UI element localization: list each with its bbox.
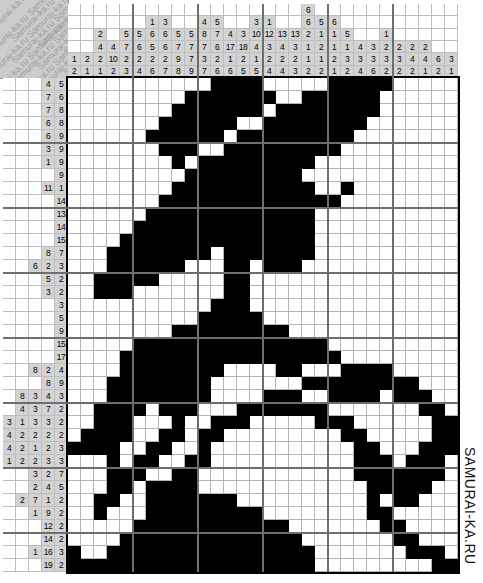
board-cell[interactable] <box>198 533 211 546</box>
board-cell[interactable] <box>445 494 458 507</box>
board-cell[interactable] <box>250 208 263 221</box>
board-cell[interactable] <box>81 442 94 455</box>
board-cell[interactable] <box>289 546 302 559</box>
board-cell[interactable] <box>107 338 120 351</box>
board-cell[interactable] <box>68 78 81 91</box>
board-cell[interactable] <box>94 260 107 273</box>
board-cell[interactable] <box>367 130 380 143</box>
board-cell[interactable] <box>146 156 159 169</box>
board-cell[interactable] <box>393 559 406 572</box>
board-cell[interactable] <box>341 286 354 299</box>
board-cell[interactable] <box>315 260 328 273</box>
board-cell[interactable] <box>172 338 185 351</box>
board-cell[interactable] <box>380 221 393 234</box>
board-cell[interactable] <box>367 312 380 325</box>
board-cell[interactable] <box>393 91 406 104</box>
board-cell[interactable] <box>315 494 328 507</box>
board-cell[interactable] <box>354 390 367 403</box>
board-cell[interactable] <box>315 351 328 364</box>
board-cell[interactable] <box>406 403 419 416</box>
board-cell[interactable] <box>185 351 198 364</box>
board-cell[interactable] <box>224 182 237 195</box>
board-cell[interactable] <box>263 416 276 429</box>
board-cell[interactable] <box>302 559 315 572</box>
board-cell[interactable] <box>133 520 146 533</box>
board-cell[interactable] <box>289 338 302 351</box>
board-cell[interactable] <box>341 91 354 104</box>
board-cell[interactable] <box>185 143 198 156</box>
board-cell[interactable] <box>354 221 367 234</box>
board-cell[interactable] <box>159 494 172 507</box>
board-cell[interactable] <box>146 338 159 351</box>
board-cell[interactable] <box>198 559 211 572</box>
board-cell[interactable] <box>211 195 224 208</box>
board-cell[interactable] <box>159 312 172 325</box>
board-cell[interactable] <box>68 312 81 325</box>
board-cell[interactable] <box>315 234 328 247</box>
board-cell[interactable] <box>198 351 211 364</box>
board-cell[interactable] <box>159 273 172 286</box>
board-cell[interactable] <box>211 403 224 416</box>
board-cell[interactable] <box>367 351 380 364</box>
board-cell[interactable] <box>302 260 315 273</box>
board-cell[interactable] <box>432 208 445 221</box>
board-cell[interactable] <box>224 286 237 299</box>
board-cell[interactable] <box>445 520 458 533</box>
board-cell[interactable] <box>185 429 198 442</box>
board-cell[interactable] <box>419 91 432 104</box>
board-cell[interactable] <box>81 299 94 312</box>
board-cell[interactable] <box>107 234 120 247</box>
board-cell[interactable] <box>302 91 315 104</box>
board-cell[interactable] <box>94 403 107 416</box>
board-cell[interactable] <box>354 104 367 117</box>
board-cell[interactable] <box>393 156 406 169</box>
board-cell[interactable] <box>133 546 146 559</box>
board-cell[interactable] <box>172 91 185 104</box>
board-cell[interactable] <box>107 429 120 442</box>
board-cell[interactable] <box>393 299 406 312</box>
board-cell[interactable] <box>419 247 432 260</box>
board-cell[interactable] <box>406 156 419 169</box>
board-cell[interactable] <box>354 273 367 286</box>
board-cell[interactable] <box>328 403 341 416</box>
board-cell[interactable] <box>68 364 81 377</box>
board-cell[interactable] <box>81 273 94 286</box>
board-cell[interactable] <box>380 78 393 91</box>
board-cell[interactable] <box>159 442 172 455</box>
board-cell[interactable] <box>81 91 94 104</box>
board-cell[interactable] <box>354 455 367 468</box>
board-cell[interactable] <box>302 364 315 377</box>
board-cell[interactable] <box>94 468 107 481</box>
board-cell[interactable] <box>81 390 94 403</box>
board-cell[interactable] <box>120 325 133 338</box>
board-cell[interactable] <box>380 429 393 442</box>
board-cell[interactable] <box>419 403 432 416</box>
board-cell[interactable] <box>133 338 146 351</box>
board-cell[interactable] <box>94 416 107 429</box>
board-cell[interactable] <box>211 91 224 104</box>
board-cell[interactable] <box>237 325 250 338</box>
board-cell[interactable] <box>276 234 289 247</box>
board-cell[interactable] <box>94 104 107 117</box>
board-cell[interactable] <box>380 481 393 494</box>
board-cell[interactable] <box>224 364 237 377</box>
board-cell[interactable] <box>380 260 393 273</box>
board-cell[interactable] <box>406 390 419 403</box>
board-cell[interactable] <box>289 312 302 325</box>
board-cell[interactable] <box>250 221 263 234</box>
board-cell[interactable] <box>263 143 276 156</box>
board-cell[interactable] <box>367 143 380 156</box>
board-cell[interactable] <box>302 78 315 91</box>
board-cell[interactable] <box>445 377 458 390</box>
board-cell[interactable] <box>432 507 445 520</box>
board-cell[interactable] <box>185 442 198 455</box>
board-cell[interactable] <box>107 273 120 286</box>
board-cell[interactable] <box>107 182 120 195</box>
board-cell[interactable] <box>445 182 458 195</box>
board-cell[interactable] <box>94 247 107 260</box>
board-cell[interactable] <box>224 403 237 416</box>
board-cell[interactable] <box>159 533 172 546</box>
board-cell[interactable] <box>133 325 146 338</box>
board-cell[interactable] <box>328 117 341 130</box>
board-cell[interactable] <box>289 260 302 273</box>
board-cell[interactable] <box>211 273 224 286</box>
board-cell[interactable] <box>380 520 393 533</box>
board-cell[interactable] <box>81 78 94 91</box>
board-cell[interactable] <box>328 312 341 325</box>
board-cell[interactable] <box>211 130 224 143</box>
board-cell[interactable] <box>107 442 120 455</box>
board-cell[interactable] <box>315 195 328 208</box>
board-cell[interactable] <box>237 117 250 130</box>
board-cell[interactable] <box>237 364 250 377</box>
board-cell[interactable] <box>107 507 120 520</box>
board-cell[interactable] <box>341 429 354 442</box>
board-cell[interactable] <box>263 312 276 325</box>
board-cell[interactable] <box>185 494 198 507</box>
board-cell[interactable] <box>289 351 302 364</box>
board-cell[interactable] <box>146 195 159 208</box>
board-cell[interactable] <box>406 507 419 520</box>
board-cell[interactable] <box>250 364 263 377</box>
board-cell[interactable] <box>445 403 458 416</box>
board-cell[interactable] <box>289 130 302 143</box>
board-cell[interactable] <box>315 312 328 325</box>
board-cell[interactable] <box>81 338 94 351</box>
board-cell[interactable] <box>94 364 107 377</box>
board-cell[interactable] <box>263 364 276 377</box>
board-cell[interactable] <box>302 208 315 221</box>
board-cell[interactable] <box>159 104 172 117</box>
board-cell[interactable] <box>107 299 120 312</box>
board-cell[interactable] <box>380 507 393 520</box>
board-cell[interactable] <box>68 221 81 234</box>
board-cell[interactable] <box>380 299 393 312</box>
board-cell[interactable] <box>172 208 185 221</box>
board-cell[interactable] <box>68 195 81 208</box>
board-cell[interactable] <box>393 416 406 429</box>
board-cell[interactable] <box>120 533 133 546</box>
board-cell[interactable] <box>328 520 341 533</box>
board-cell[interactable] <box>94 429 107 442</box>
board-cell[interactable] <box>237 312 250 325</box>
board-cell[interactable] <box>276 260 289 273</box>
board-cell[interactable] <box>107 117 120 130</box>
board-cell[interactable] <box>94 299 107 312</box>
board-cell[interactable] <box>393 312 406 325</box>
board-cell[interactable] <box>159 156 172 169</box>
board-cell[interactable] <box>406 312 419 325</box>
board-cell[interactable] <box>380 104 393 117</box>
board-cell[interactable] <box>406 559 419 572</box>
board-cell[interactable] <box>133 221 146 234</box>
board-cell[interactable] <box>94 351 107 364</box>
board-cell[interactable] <box>146 468 159 481</box>
board-cell[interactable] <box>445 299 458 312</box>
board-cell[interactable] <box>419 260 432 273</box>
board-cell[interactable] <box>237 286 250 299</box>
board-cell[interactable] <box>263 338 276 351</box>
board-cell[interactable] <box>250 559 263 572</box>
board-cell[interactable] <box>146 455 159 468</box>
board-cell[interactable] <box>107 286 120 299</box>
board-cell[interactable] <box>68 507 81 520</box>
board-cell[interactable] <box>237 468 250 481</box>
board-cell[interactable] <box>380 325 393 338</box>
board-cell[interactable] <box>263 390 276 403</box>
board-cell[interactable] <box>419 559 432 572</box>
board-cell[interactable] <box>224 390 237 403</box>
board-cell[interactable] <box>419 143 432 156</box>
board-cell[interactable] <box>367 546 380 559</box>
board-cell[interactable] <box>185 468 198 481</box>
board-cell[interactable] <box>263 468 276 481</box>
board-cell[interactable] <box>406 117 419 130</box>
board-cell[interactable] <box>107 195 120 208</box>
board-cell[interactable] <box>250 325 263 338</box>
board-cell[interactable] <box>289 442 302 455</box>
board-cell[interactable] <box>315 429 328 442</box>
board-cell[interactable] <box>432 520 445 533</box>
board-cell[interactable] <box>263 195 276 208</box>
board-cell[interactable] <box>68 208 81 221</box>
board-cell[interactable] <box>276 130 289 143</box>
board-cell[interactable] <box>341 403 354 416</box>
board-cell[interactable] <box>185 169 198 182</box>
board-cell[interactable] <box>445 390 458 403</box>
board-cell[interactable] <box>172 312 185 325</box>
board-cell[interactable] <box>250 507 263 520</box>
board-cell[interactable] <box>224 520 237 533</box>
board-cell[interactable] <box>211 104 224 117</box>
board-cell[interactable] <box>315 299 328 312</box>
board-cell[interactable] <box>276 78 289 91</box>
board-cell[interactable] <box>159 351 172 364</box>
board-cell[interactable] <box>276 91 289 104</box>
board-cell[interactable] <box>445 468 458 481</box>
board-cell[interactable] <box>68 351 81 364</box>
board-cell[interactable] <box>120 338 133 351</box>
board-cell[interactable] <box>432 260 445 273</box>
board-cell[interactable] <box>133 429 146 442</box>
board-cell[interactable] <box>341 78 354 91</box>
board-cell[interactable] <box>419 234 432 247</box>
board-cell[interactable] <box>211 520 224 533</box>
board-cell[interactable] <box>315 130 328 143</box>
board-cell[interactable] <box>341 338 354 351</box>
board-cell[interactable] <box>380 546 393 559</box>
board-cell[interactable] <box>250 143 263 156</box>
board-cell[interactable] <box>172 533 185 546</box>
board-cell[interactable] <box>237 130 250 143</box>
board-cell[interactable] <box>237 156 250 169</box>
board-cell[interactable] <box>302 286 315 299</box>
board-cell[interactable] <box>120 169 133 182</box>
board-cell[interactable] <box>198 78 211 91</box>
board-cell[interactable] <box>172 234 185 247</box>
board-cell[interactable] <box>445 104 458 117</box>
board-cell[interactable] <box>146 286 159 299</box>
board-cell[interactable] <box>146 221 159 234</box>
board-cell[interactable] <box>419 286 432 299</box>
board-cell[interactable] <box>159 208 172 221</box>
board-cell[interactable] <box>159 286 172 299</box>
board-cell[interactable] <box>198 208 211 221</box>
board-cell[interactable] <box>133 208 146 221</box>
board-cell[interactable] <box>263 91 276 104</box>
board-cell[interactable] <box>289 182 302 195</box>
board-cell[interactable] <box>81 182 94 195</box>
board-cell[interactable] <box>315 455 328 468</box>
board-cell[interactable] <box>81 468 94 481</box>
board-cell[interactable] <box>172 364 185 377</box>
board-cell[interactable] <box>445 559 458 572</box>
board-cell[interactable] <box>237 390 250 403</box>
board-cell[interactable] <box>315 377 328 390</box>
board-cell[interactable] <box>276 312 289 325</box>
board-cell[interactable] <box>445 143 458 156</box>
board-cell[interactable] <box>354 91 367 104</box>
board-cell[interactable] <box>406 351 419 364</box>
board-cell[interactable] <box>198 390 211 403</box>
board-cell[interactable] <box>237 520 250 533</box>
board-cell[interactable] <box>380 273 393 286</box>
board-cell[interactable] <box>289 143 302 156</box>
board-cell[interactable] <box>445 234 458 247</box>
board-cell[interactable] <box>94 208 107 221</box>
board-cell[interactable] <box>211 364 224 377</box>
board-cell[interactable] <box>81 455 94 468</box>
board-cell[interactable] <box>276 455 289 468</box>
board-cell[interactable] <box>432 533 445 546</box>
board-cell[interactable] <box>289 468 302 481</box>
board-cell[interactable] <box>133 104 146 117</box>
board-cell[interactable] <box>393 442 406 455</box>
board-cell[interactable] <box>406 377 419 390</box>
board-cell[interactable] <box>211 208 224 221</box>
board-cell[interactable] <box>120 91 133 104</box>
board-cell[interactable] <box>120 455 133 468</box>
board-cell[interactable] <box>302 416 315 429</box>
board-cell[interactable] <box>354 182 367 195</box>
board-cell[interactable] <box>94 559 107 572</box>
board-cell[interactable] <box>237 260 250 273</box>
board-cell[interactable] <box>185 364 198 377</box>
board-cell[interactable] <box>120 273 133 286</box>
board-cell[interactable] <box>289 156 302 169</box>
board-cell[interactable] <box>159 468 172 481</box>
board-cell[interactable] <box>159 364 172 377</box>
board-cell[interactable] <box>341 442 354 455</box>
board-cell[interactable] <box>146 104 159 117</box>
board-cell[interactable] <box>406 260 419 273</box>
board-cell[interactable] <box>341 221 354 234</box>
board-cell[interactable] <box>198 195 211 208</box>
board-cell[interactable] <box>146 494 159 507</box>
board-cell[interactable] <box>328 481 341 494</box>
board-cell[interactable] <box>432 273 445 286</box>
board-cell[interactable] <box>328 169 341 182</box>
board-cell[interactable] <box>276 390 289 403</box>
board-cell[interactable] <box>263 559 276 572</box>
board-cell[interactable] <box>367 364 380 377</box>
board-cell[interactable] <box>81 481 94 494</box>
board-cell[interactable] <box>406 104 419 117</box>
board-cell[interactable] <box>406 429 419 442</box>
board-cell[interactable] <box>81 533 94 546</box>
board-cell[interactable] <box>185 546 198 559</box>
board-cell[interactable] <box>419 117 432 130</box>
board-cell[interactable] <box>380 91 393 104</box>
board-cell[interactable] <box>263 325 276 338</box>
board-cell[interactable] <box>276 338 289 351</box>
board-cell[interactable] <box>107 494 120 507</box>
board-cell[interactable] <box>419 429 432 442</box>
board-cell[interactable] <box>276 273 289 286</box>
board-cell[interactable] <box>68 91 81 104</box>
board-cell[interactable] <box>68 325 81 338</box>
board-cell[interactable] <box>211 234 224 247</box>
board-cell[interactable] <box>328 286 341 299</box>
board-cell[interactable] <box>445 169 458 182</box>
board-cell[interactable] <box>289 195 302 208</box>
board-cell[interactable] <box>250 104 263 117</box>
board-cell[interactable] <box>81 559 94 572</box>
board-cell[interactable] <box>133 403 146 416</box>
board-cell[interactable] <box>367 273 380 286</box>
board-cell[interactable] <box>198 364 211 377</box>
board-cell[interactable] <box>146 481 159 494</box>
board-cell[interactable] <box>289 429 302 442</box>
board-cell[interactable] <box>289 299 302 312</box>
board-cell[interactable] <box>198 286 211 299</box>
board-cell[interactable] <box>367 325 380 338</box>
board-cell[interactable] <box>146 325 159 338</box>
board-cell[interactable] <box>419 520 432 533</box>
board-cell[interactable] <box>68 390 81 403</box>
board-cell[interactable] <box>367 91 380 104</box>
board-cell[interactable] <box>250 260 263 273</box>
board-cell[interactable] <box>432 403 445 416</box>
board-cell[interactable] <box>445 286 458 299</box>
board-cell[interactable] <box>159 247 172 260</box>
board-cell[interactable] <box>185 130 198 143</box>
board-cell[interactable] <box>198 260 211 273</box>
